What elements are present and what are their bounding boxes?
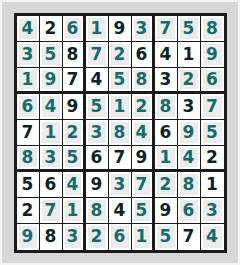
sudoku-cell-r8c1-given[interactable]: 2	[17, 198, 40, 224]
sudoku-cell-r5c2-entered[interactable]: 1	[40, 120, 63, 146]
sudoku-cell-r5c3-entered[interactable]: 2	[63, 120, 86, 146]
sudoku-cell-r4c7-entered[interactable]: 8	[155, 94, 178, 120]
sudoku-cell-r9c7-entered[interactable]: 5	[155, 224, 178, 250]
sudoku-cell-r3c2-entered[interactable]: 9	[40, 68, 63, 94]
sudoku-cell-r9c6-entered[interactable]: 1	[132, 224, 155, 250]
sudoku-cell-r5c9-entered[interactable]: 5	[201, 120, 224, 146]
sudoku-cell-r5c4-entered[interactable]: 3	[86, 120, 109, 146]
sudoku-cell-r4c3-given[interactable]: 9	[63, 94, 86, 120]
sudoku-cell-r2c8-given[interactable]: 1	[178, 42, 201, 68]
sudoku-cell-r7c4-given[interactable]: 9	[86, 172, 109, 198]
sudoku-cell-r4c5-entered[interactable]: 1	[109, 94, 132, 120]
sudoku-cell-r7c9-given[interactable]: 1	[201, 172, 224, 198]
sudoku-cell-r2c4-entered[interactable]: 7	[86, 42, 109, 68]
sudoku-cell-r9c5-entered[interactable]: 6	[109, 224, 132, 250]
sudoku-cell-r8c8-entered[interactable]: 6	[178, 198, 201, 224]
sudoku-cell-r6c7-entered[interactable]: 1	[155, 146, 178, 172]
sudoku-cell-r2c7-given[interactable]: 4	[155, 42, 178, 68]
sudoku-cell-r2c3-given[interactable]: 8	[63, 42, 86, 68]
sudoku-cell-r1c7-entered[interactable]: 7	[155, 16, 178, 42]
sudoku-cell-r1c5-given[interactable]: 9	[109, 16, 132, 42]
sudoku-cell-r8c7-given[interactable]: 9	[155, 198, 178, 224]
sudoku-cell-r5c5-entered[interactable]: 8	[109, 120, 132, 146]
sudoku-cell-r9c4-entered[interactable]: 2	[86, 224, 109, 250]
sudoku-cell-r1c1-entered[interactable]: 4	[17, 16, 40, 42]
sudoku-cell-r9c8-given[interactable]: 7	[178, 224, 201, 250]
sudoku-cell-r6c5-given[interactable]: 7	[109, 146, 132, 172]
sudoku-cell-r7c2-given[interactable]: 6	[40, 172, 63, 198]
sudoku-cell-r6c1-entered[interactable]: 8	[17, 146, 40, 172]
sudoku-cell-r3c4-given[interactable]: 4	[86, 68, 109, 94]
sudoku-board: 4261937583587264191974583266495128377123…	[14, 13, 227, 253]
sudoku-cell-r6c4-given[interactable]: 6	[86, 146, 109, 172]
sudoku-cell-r8c2-entered[interactable]: 7	[40, 198, 63, 224]
sudoku-cell-r1c4-entered[interactable]: 1	[86, 16, 109, 42]
sudoku-cell-r5c6-entered[interactable]: 4	[132, 120, 155, 146]
sudoku-cell-r4c2-entered[interactable]: 4	[40, 94, 63, 120]
sudoku-cell-r7c8-entered[interactable]: 8	[178, 172, 201, 198]
sudoku-cell-r4c6-entered[interactable]: 2	[132, 94, 155, 120]
sudoku-cell-r8c4-entered[interactable]: 8	[86, 198, 109, 224]
sudoku-cell-r4c9-entered[interactable]: 7	[201, 94, 224, 120]
sudoku-cell-r5c1-given[interactable]: 7	[17, 120, 40, 146]
sudoku-cell-r4c1-entered[interactable]: 6	[17, 94, 40, 120]
sudoku-cell-r7c6-entered[interactable]: 7	[132, 172, 155, 198]
sudoku-cell-r3c8-entered[interactable]: 2	[178, 68, 201, 94]
sudoku-cell-r1c6-entered[interactable]: 3	[132, 16, 155, 42]
sudoku-cell-r8c9-entered[interactable]: 3	[201, 198, 224, 224]
sudoku-cell-r5c8-entered[interactable]: 9	[178, 120, 201, 146]
sudoku-cell-r3c7-given[interactable]: 3	[155, 68, 178, 94]
sudoku-cell-r6c6-given[interactable]: 9	[132, 146, 155, 172]
sudoku-cell-r9c3-entered[interactable]: 3	[63, 224, 86, 250]
sudoku-cell-r6c8-entered[interactable]: 4	[178, 146, 201, 172]
sudoku-cell-r5c7-given[interactable]: 6	[155, 120, 178, 146]
sudoku-cell-r9c2-given[interactable]: 8	[40, 224, 63, 250]
sudoku-cell-r7c3-entered[interactable]: 4	[63, 172, 86, 198]
sudoku-cell-r7c5-entered[interactable]: 3	[109, 172, 132, 198]
sudoku-cell-r4c8-given[interactable]: 3	[178, 94, 201, 120]
sudoku-cell-r7c1-given[interactable]: 5	[17, 172, 40, 198]
sudoku-cell-r3c9-entered[interactable]: 6	[201, 68, 224, 94]
sudoku-cell-r3c1-entered[interactable]: 1	[17, 68, 40, 94]
sudoku-cell-r8c5-given[interactable]: 4	[109, 198, 132, 224]
sudoku-cell-r3c3-given[interactable]: 7	[63, 68, 86, 94]
sudoku-cell-r8c3-entered[interactable]: 1	[63, 198, 86, 224]
sudoku-cell-r8c6-entered[interactable]: 5	[132, 198, 155, 224]
sudoku-app-frame: 4261937583587264191974583266495128377123…	[0, 0, 240, 265]
sudoku-cell-r2c2-entered[interactable]: 5	[40, 42, 63, 68]
sudoku-cell-r2c5-entered[interactable]: 2	[109, 42, 132, 68]
sudoku-cell-r1c9-entered[interactable]: 8	[201, 16, 224, 42]
sudoku-cell-r6c2-entered[interactable]: 3	[40, 146, 63, 172]
sudoku-cell-r2c6-given[interactable]: 6	[132, 42, 155, 68]
sudoku-cell-r1c3-entered[interactable]: 6	[63, 16, 86, 42]
sudoku-cell-r9c9-entered[interactable]: 4	[201, 224, 224, 250]
sudoku-cell-r1c2-given[interactable]: 2	[40, 16, 63, 42]
sudoku-cell-r2c9-entered[interactable]: 9	[201, 42, 224, 68]
sudoku-cell-r2c1-entered[interactable]: 3	[17, 42, 40, 68]
sudoku-cell-r1c8-entered[interactable]: 5	[178, 16, 201, 42]
sudoku-cell-r3c5-entered[interactable]: 5	[109, 68, 132, 94]
sudoku-cell-r6c3-entered[interactable]: 5	[63, 146, 86, 172]
sudoku-cell-r9c1-entered[interactable]: 9	[17, 224, 40, 250]
sudoku-cell-r3c6-entered[interactable]: 8	[132, 68, 155, 94]
sudoku-cell-r7c7-entered[interactable]: 2	[155, 172, 178, 198]
sudoku-cell-r6c9-given[interactable]: 2	[201, 146, 224, 172]
sudoku-cell-r4c4-entered[interactable]: 5	[86, 94, 109, 120]
